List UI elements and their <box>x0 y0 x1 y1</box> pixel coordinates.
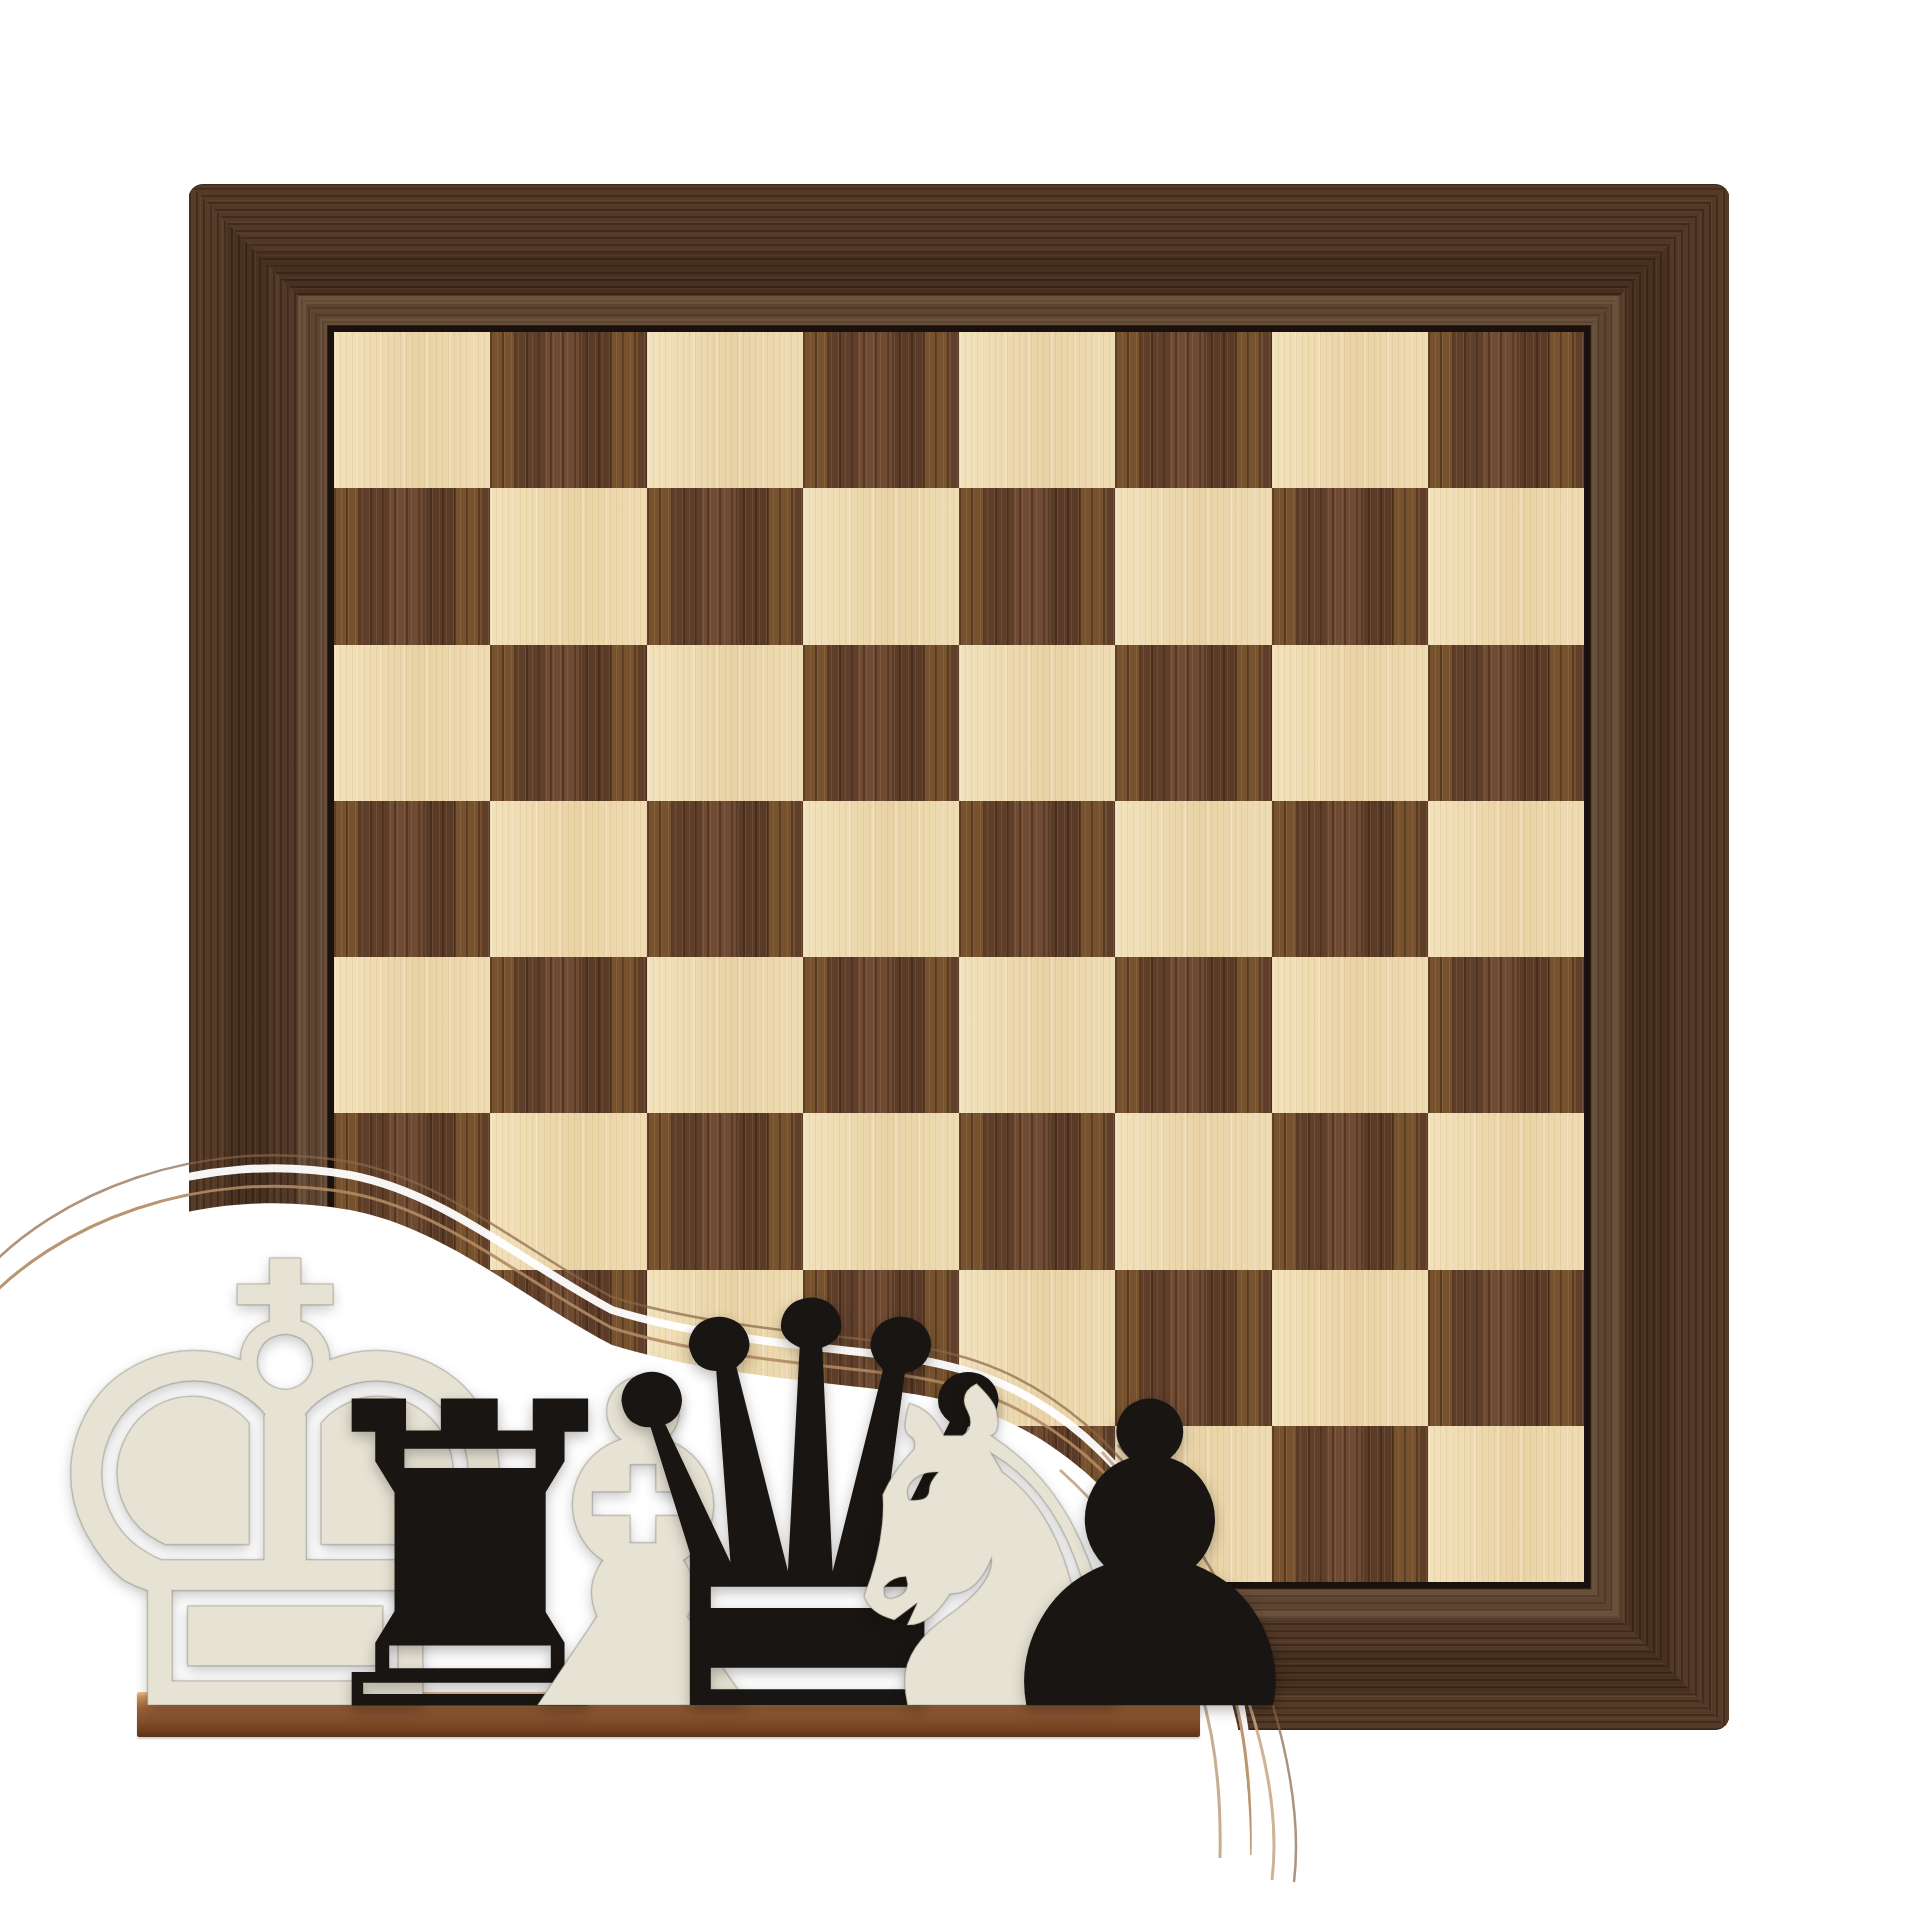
square-c6 <box>647 645 803 801</box>
square-b4 <box>490 957 646 1113</box>
square-g7 <box>1272 488 1428 644</box>
square-e4 <box>959 957 1115 1113</box>
square-e7 <box>959 488 1115 644</box>
square-c4 <box>647 957 803 1113</box>
square-b7 <box>490 488 646 644</box>
square-h3 <box>1428 1113 1584 1269</box>
square-b8 <box>490 332 646 488</box>
square-g8 <box>1272 332 1428 488</box>
square-a5 <box>334 801 490 957</box>
square-f3 <box>1115 1113 1271 1269</box>
square-f4 <box>1115 957 1271 1113</box>
square-f6 <box>1115 645 1271 801</box>
square-h2 <box>1428 1270 1584 1426</box>
square-e6 <box>959 645 1115 801</box>
piece-black-pawn: ♟ <box>962 1350 1339 1770</box>
square-g4 <box>1272 957 1428 1113</box>
square-b5 <box>490 801 646 957</box>
square-g3 <box>1272 1113 1428 1269</box>
square-d7 <box>803 488 959 644</box>
square-h4 <box>1428 957 1584 1113</box>
square-c8 <box>647 332 803 488</box>
square-h1 <box>1428 1426 1584 1582</box>
square-a8 <box>334 332 490 488</box>
square-e5 <box>959 801 1115 957</box>
square-a4 <box>334 957 490 1113</box>
square-a7 <box>334 488 490 644</box>
square-f7 <box>1115 488 1271 644</box>
square-d4 <box>803 957 959 1113</box>
square-e8 <box>959 332 1115 488</box>
square-c7 <box>647 488 803 644</box>
square-g5 <box>1272 801 1428 957</box>
square-f8 <box>1115 332 1271 488</box>
square-d8 <box>803 332 959 488</box>
square-a6 <box>334 645 490 801</box>
product-photo-stage: ♚♜♝♛♞♟ <box>0 0 1920 1920</box>
square-h8 <box>1428 332 1584 488</box>
square-h5 <box>1428 801 1584 957</box>
square-h6 <box>1428 645 1584 801</box>
square-c5 <box>647 801 803 957</box>
square-f5 <box>1115 801 1271 957</box>
square-b6 <box>490 645 646 801</box>
square-d5 <box>803 801 959 957</box>
square-d6 <box>803 645 959 801</box>
square-h7 <box>1428 488 1584 644</box>
square-g6 <box>1272 645 1428 801</box>
